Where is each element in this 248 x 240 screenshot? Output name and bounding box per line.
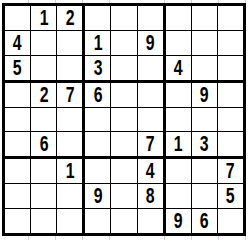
cell-r2c3[interactable]	[57, 31, 82, 55]
box-2-0: 1	[5, 159, 82, 233]
cell-r4c9[interactable]	[218, 83, 243, 107]
given-digit: 3	[93, 57, 102, 79]
given-digit: 7	[226, 160, 235, 182]
cell-r3c3[interactable]	[57, 56, 82, 80]
cell-r2c2[interactable]	[31, 31, 56, 55]
cell-r9c4[interactable]	[85, 209, 110, 233]
cell-r7c8[interactable]	[192, 159, 217, 183]
cell-r9c1[interactable]	[5, 209, 30, 233]
cell-r1c9[interactable]	[218, 6, 243, 30]
spreadsheet-gridline-stubs-bottom	[2, 236, 246, 240]
cell-r8c9[interactable]: 5	[218, 184, 243, 208]
cell-r9c9[interactable]	[218, 209, 243, 233]
cell-r4c4[interactable]: 6	[85, 83, 110, 107]
given-digit: 7	[146, 133, 155, 155]
cell-r8c3[interactable]	[57, 184, 82, 208]
cell-r5c4[interactable]	[85, 108, 110, 132]
box-0-2: 4	[166, 6, 243, 80]
cell-r6c2[interactable]: 6	[31, 132, 56, 156]
cell-r8c5[interactable]	[111, 184, 136, 208]
cell-r7c9[interactable]: 7	[218, 159, 243, 183]
cell-r7c7[interactable]	[166, 159, 191, 183]
cell-r5c3[interactable]	[57, 108, 82, 132]
given-digit: 9	[93, 185, 102, 207]
cell-r9c5[interactable]	[111, 209, 136, 233]
cell-r5c2[interactable]	[31, 108, 56, 132]
given-digit: 5	[13, 57, 22, 79]
cell-r8c1[interactable]	[5, 184, 30, 208]
box-1-1: 67	[85, 83, 162, 157]
given-digit: 8	[146, 185, 155, 207]
given-digit: 4	[13, 32, 22, 54]
cell-r4c1[interactable]	[5, 83, 30, 107]
cell-r2c9[interactable]	[218, 31, 243, 55]
given-digit: 1	[174, 133, 183, 155]
cell-r1c7[interactable]	[166, 6, 191, 30]
given-digit: 4	[174, 57, 183, 79]
given-digit: 6	[39, 133, 48, 155]
given-digit: 9	[200, 84, 209, 106]
box-0-1: 193	[85, 6, 162, 80]
cell-r6c5[interactable]	[111, 132, 136, 156]
cell-r1c8[interactable]	[192, 6, 217, 30]
given-digit: 1	[93, 32, 102, 54]
cell-r3c2[interactable]	[31, 56, 56, 80]
box-2-1: 498	[85, 159, 162, 233]
cell-r3c9[interactable]	[218, 56, 243, 80]
cell-r3c4[interactable]: 3	[85, 56, 110, 80]
cell-r3c5[interactable]	[111, 56, 136, 80]
cell-r1c6[interactable]	[138, 6, 163, 30]
cell-r2c7[interactable]	[166, 31, 191, 55]
cell-r2c6[interactable]: 9	[138, 31, 163, 55]
sudoku-screenshot: 124519342766791314987596	[0, 0, 248, 240]
cell-r3c1[interactable]: 5	[5, 56, 30, 80]
box-0-0: 1245	[5, 6, 82, 80]
given-digit: 6	[200, 210, 209, 232]
given-digit: 2	[65, 7, 74, 29]
cell-r6c3[interactable]	[57, 132, 82, 156]
given-digit: 3	[200, 133, 209, 155]
given-digit: 5	[226, 185, 235, 207]
cell-r3c6[interactable]	[138, 56, 163, 80]
cell-r6c8[interactable]: 3	[192, 132, 217, 156]
cell-r8c6[interactable]: 8	[138, 184, 163, 208]
cell-r4c2[interactable]: 2	[31, 83, 56, 107]
cell-r4c8[interactable]: 9	[192, 83, 217, 107]
cell-r1c3[interactable]: 2	[57, 6, 82, 30]
given-digit: 7	[65, 84, 74, 106]
given-digit: 9	[146, 32, 155, 54]
cell-r7c6[interactable]: 4	[138, 159, 163, 183]
cell-r2c5[interactable]	[111, 31, 136, 55]
cell-r3c8[interactable]	[192, 56, 217, 80]
cell-r8c7[interactable]	[166, 184, 191, 208]
cell-r5c9[interactable]	[218, 108, 243, 132]
cell-r6c4[interactable]	[85, 132, 110, 156]
cell-r8c4[interactable]: 9	[85, 184, 110, 208]
cell-r5c5[interactable]	[111, 108, 136, 132]
sudoku-board: 124519342766791314987596	[2, 3, 246, 236]
cell-r7c2[interactable]	[31, 159, 56, 183]
given-digit: 1	[65, 160, 74, 182]
cell-r9c7[interactable]: 9	[166, 209, 191, 233]
cell-r9c3[interactable]	[57, 209, 82, 233]
given-digit: 6	[93, 84, 102, 106]
cell-r6c7[interactable]: 1	[166, 132, 191, 156]
cell-r5c1[interactable]	[5, 108, 30, 132]
cell-r7c1[interactable]	[5, 159, 30, 183]
box-1-0: 276	[5, 83, 82, 157]
cell-r7c4[interactable]	[85, 159, 110, 183]
cell-r4c3[interactable]: 7	[57, 83, 82, 107]
cell-r9c8[interactable]: 6	[192, 209, 217, 233]
cell-r8c8[interactable]	[192, 184, 217, 208]
cell-r6c1[interactable]	[5, 132, 30, 156]
cell-r2c8[interactable]	[192, 31, 217, 55]
cell-r4c5[interactable]	[111, 83, 136, 107]
cell-r3c7[interactable]: 4	[166, 56, 191, 80]
cell-r5c6[interactable]	[138, 108, 163, 132]
cell-r6c9[interactable]	[218, 132, 243, 156]
cell-r2c1[interactable]: 4	[5, 31, 30, 55]
cell-r4c6[interactable]	[138, 83, 163, 107]
given-digit: 2	[39, 84, 48, 106]
given-digit: 4	[146, 160, 155, 182]
cell-r4c7[interactable]	[166, 83, 191, 107]
given-digit: 9	[174, 210, 183, 232]
box-1-2: 913	[166, 83, 243, 157]
cell-r5c7[interactable]	[166, 108, 191, 132]
cell-r7c3[interactable]: 1	[57, 159, 82, 183]
cell-r1c1[interactable]	[5, 6, 30, 30]
cell-r9c2[interactable]	[31, 209, 56, 233]
cell-r9c6[interactable]	[138, 209, 163, 233]
cell-r6c6[interactable]: 7	[138, 132, 163, 156]
cell-r1c4[interactable]	[85, 6, 110, 30]
given-digit: 1	[39, 7, 48, 29]
cell-r8c2[interactable]	[31, 184, 56, 208]
cell-r1c5[interactable]	[111, 6, 136, 30]
cell-r7c5[interactable]	[111, 159, 136, 183]
box-2-2: 7596	[166, 159, 243, 233]
cell-r2c4[interactable]: 1	[85, 31, 110, 55]
cell-r1c2[interactable]: 1	[31, 6, 56, 30]
cell-r5c8[interactable]	[192, 108, 217, 132]
